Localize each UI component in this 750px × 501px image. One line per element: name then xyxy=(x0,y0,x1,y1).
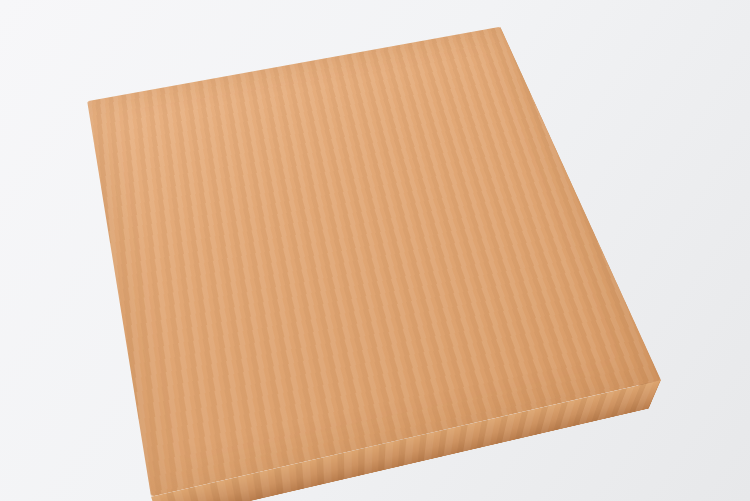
go-board-photo-scene xyxy=(0,0,750,501)
